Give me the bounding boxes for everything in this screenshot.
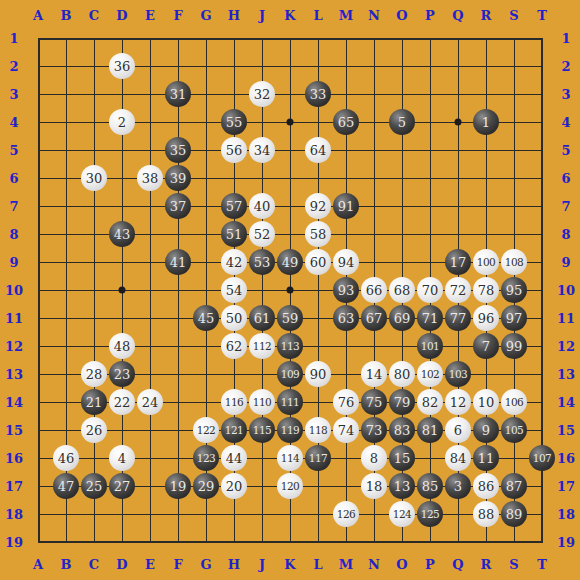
stone-black-91: 91 [333, 193, 359, 219]
stone-number: 4 [118, 452, 126, 465]
stone-white-38: 38 [137, 165, 163, 191]
stone-black-35: 35 [165, 137, 191, 163]
stone-number: 38 [142, 172, 159, 185]
coordinate-label-left: 5 [9, 144, 18, 157]
stone-black-79: 79 [389, 389, 415, 415]
stone-white-42: 42 [221, 249, 247, 275]
stone-number: 76 [338, 396, 355, 409]
stone-black-55: 55 [221, 109, 247, 135]
coordinate-label-top: R [481, 9, 492, 22]
stone-white-10: 10 [473, 389, 499, 415]
stone-white-28: 28 [81, 361, 107, 387]
coordinate-label-right: 14 [557, 396, 575, 409]
coordinate-label-right: 4 [561, 116, 570, 129]
stone-black-111: 111 [277, 389, 303, 415]
stone-black-65: 65 [333, 109, 359, 135]
stone-white-54: 54 [221, 277, 247, 303]
stone-white-62: 62 [221, 333, 247, 359]
stone-number: 89 [506, 508, 523, 521]
coordinate-label-bottom: F [173, 558, 182, 571]
coordinate-label-left: 3 [9, 88, 18, 101]
stone-number: 68 [394, 284, 411, 297]
coordinate-label-top: A [33, 9, 43, 22]
coordinate-label-left: 8 [9, 228, 18, 241]
stone-white-116: 116 [221, 389, 247, 415]
coordinate-label-right: 15 [557, 424, 575, 437]
stone-number: 53 [254, 256, 271, 269]
stone-number: 82 [422, 396, 439, 409]
stone-white-126: 126 [333, 501, 359, 527]
stone-number: 112 [253, 341, 272, 352]
stone-number: 20 [226, 480, 243, 493]
star-point [119, 287, 126, 294]
coordinate-label-bottom: E [145, 558, 155, 571]
stone-white-58: 58 [305, 221, 331, 247]
stone-number: 86 [478, 480, 495, 493]
stone-number: 50 [226, 312, 243, 325]
stone-number: 118 [309, 425, 328, 436]
stone-number: 59 [282, 312, 299, 325]
stone-number: 43 [114, 228, 131, 241]
stone-number: 114 [281, 453, 300, 464]
coordinate-label-top: S [509, 9, 518, 22]
coordinate-label-right: 11 [557, 312, 575, 325]
stone-white-112: 112 [249, 333, 275, 359]
stone-black-109: 109 [277, 361, 303, 387]
stone-number: 35 [170, 144, 187, 157]
coordinate-label-top: C [89, 9, 99, 22]
stone-number: 13 [394, 480, 411, 493]
coordinate-label-bottom: P [425, 558, 435, 571]
stone-number: 120 [281, 481, 300, 492]
stone-black-17: 17 [445, 249, 471, 275]
coordinate-label-bottom: M [339, 558, 353, 571]
stone-number: 6 [454, 424, 462, 437]
stone-black-69: 69 [389, 305, 415, 331]
coordinate-label-right: 13 [557, 368, 575, 381]
stone-black-61: 61 [249, 305, 275, 331]
stone-black-123: 123 [193, 445, 219, 471]
stone-number: 55 [226, 116, 243, 129]
stone-black-53: 53 [249, 249, 275, 275]
stone-number: 9 [482, 424, 490, 437]
star-point [287, 287, 294, 294]
coordinate-label-bottom: C [89, 558, 99, 571]
coordinate-label-left: 10 [5, 284, 23, 297]
stone-white-50: 50 [221, 305, 247, 331]
stone-number: 110 [253, 397, 272, 408]
stone-black-1: 1 [473, 109, 499, 135]
stone-number: 108 [505, 257, 524, 268]
stone-black-57: 57 [221, 193, 247, 219]
stone-number: 77 [450, 312, 467, 325]
stone-white-76: 76 [333, 389, 359, 415]
stone-white-52: 52 [249, 221, 275, 247]
stone-number: 115 [253, 425, 272, 436]
stone-number: 26 [86, 424, 103, 437]
stone-white-8: 8 [361, 445, 387, 471]
stone-white-78: 78 [473, 277, 499, 303]
coordinate-label-right: 3 [561, 88, 570, 101]
coordinate-label-left: 4 [9, 116, 18, 129]
stone-white-74: 74 [333, 417, 359, 443]
coordinate-label-left: 15 [5, 424, 23, 437]
stone-number: 78 [478, 284, 495, 297]
stone-black-97: 97 [501, 305, 527, 331]
stone-black-125: 125 [417, 501, 443, 527]
stone-white-82: 82 [417, 389, 443, 415]
stone-number: 8 [370, 452, 378, 465]
stone-number: 122 [197, 425, 216, 436]
coordinate-label-top: O [396, 9, 407, 22]
coordinate-label-left: 2 [9, 60, 18, 73]
coordinate-label-bottom: L [313, 558, 322, 571]
stone-black-51: 51 [221, 221, 247, 247]
stone-number: 31 [170, 88, 187, 101]
stone-white-20: 20 [221, 473, 247, 499]
stone-white-70: 70 [417, 277, 443, 303]
stone-number: 94 [338, 256, 355, 269]
stone-black-67: 67 [361, 305, 387, 331]
stone-black-77: 77 [445, 305, 471, 331]
stone-black-25: 25 [81, 473, 107, 499]
stone-black-39: 39 [165, 165, 191, 191]
stone-number: 117 [309, 453, 328, 464]
stone-black-27: 27 [109, 473, 135, 499]
stone-number: 17 [450, 256, 467, 269]
stone-white-46: 46 [53, 445, 79, 471]
stone-white-80: 80 [389, 361, 415, 387]
stone-white-86: 86 [473, 473, 499, 499]
stone-number: 75 [366, 396, 383, 409]
stone-black-13: 13 [389, 473, 415, 499]
coordinate-label-left: 13 [5, 368, 23, 381]
stone-number: 81 [422, 424, 439, 437]
stone-white-96: 96 [473, 305, 499, 331]
coordinate-label-right: 2 [561, 60, 570, 73]
stone-white-102: 102 [417, 361, 443, 387]
stone-black-5: 5 [389, 109, 415, 135]
stone-white-100: 100 [473, 249, 499, 275]
stone-white-22: 22 [109, 389, 135, 415]
stone-black-83: 83 [389, 417, 415, 443]
stone-white-106: 106 [501, 389, 527, 415]
stone-white-4: 4 [109, 445, 135, 471]
stone-black-31: 31 [165, 81, 191, 107]
stone-black-63: 63 [333, 305, 359, 331]
stone-number: 124 [393, 509, 412, 520]
stone-number: 100 [477, 257, 496, 268]
coordinate-label-top: G [200, 9, 211, 22]
coordinate-label-top: J [259, 9, 265, 22]
coordinate-label-top: L [313, 9, 322, 22]
stone-white-2: 2 [109, 109, 135, 135]
stone-black-107: 107 [529, 445, 555, 471]
stone-black-9: 9 [473, 417, 499, 443]
stone-number: 12 [450, 396, 467, 409]
coordinate-label-right: 17 [557, 480, 575, 493]
stone-black-121: 121 [221, 417, 247, 443]
stone-white-12: 12 [445, 389, 471, 415]
stone-white-114: 114 [277, 445, 303, 471]
stone-number: 121 [225, 425, 244, 436]
stone-number: 83 [394, 424, 411, 437]
coordinate-label-left: 19 [5, 536, 23, 549]
stone-number: 18 [366, 480, 383, 493]
go-board[interactable]: AABBCCDDEEFFGGHHJJKKLLMMNNOOPPQQRRSSTT11… [0, 0, 580, 580]
coordinate-label-left: 11 [5, 312, 23, 325]
stone-black-59: 59 [277, 305, 303, 331]
coordinate-label-top: M [339, 9, 353, 22]
stone-number: 29 [198, 480, 215, 493]
stone-number: 63 [338, 312, 355, 325]
stone-number: 56 [226, 144, 243, 157]
stone-black-41: 41 [165, 249, 191, 275]
stone-number: 32 [254, 88, 271, 101]
stone-white-108: 108 [501, 249, 527, 275]
stone-number: 119 [281, 425, 300, 436]
stone-black-93: 93 [333, 277, 359, 303]
stone-black-117: 117 [305, 445, 331, 471]
coordinate-label-bottom: O [396, 558, 407, 571]
stone-number: 126 [337, 509, 356, 520]
stone-number: 96 [478, 312, 495, 325]
stone-number: 25 [86, 480, 103, 493]
stone-white-90: 90 [305, 361, 331, 387]
coordinate-label-left: 18 [5, 508, 23, 521]
coordinate-label-right: 9 [561, 256, 570, 269]
stone-number: 79 [394, 396, 411, 409]
stone-black-33: 33 [305, 81, 331, 107]
coordinate-label-top: K [284, 9, 295, 22]
stone-number: 40 [254, 200, 271, 213]
stone-number: 106 [505, 397, 524, 408]
coordinate-label-left: 17 [5, 480, 23, 493]
coordinate-label-top: N [368, 9, 380, 22]
stone-black-45: 45 [193, 305, 219, 331]
stone-number: 49 [282, 256, 299, 269]
stone-number: 74 [338, 424, 355, 437]
stone-white-118: 118 [305, 417, 331, 443]
stone-black-37: 37 [165, 193, 191, 219]
stone-white-72: 72 [445, 277, 471, 303]
stone-number: 11 [478, 452, 495, 465]
stone-white-26: 26 [81, 417, 107, 443]
stone-white-60: 60 [305, 249, 331, 275]
stone-white-32: 32 [249, 81, 275, 107]
stone-number: 85 [422, 480, 439, 493]
stone-black-71: 71 [417, 305, 443, 331]
coordinate-label-top: Q [452, 9, 463, 22]
stone-black-23: 23 [109, 361, 135, 387]
stone-number: 52 [254, 228, 271, 241]
stone-white-56: 56 [221, 137, 247, 163]
stone-number: 57 [226, 200, 243, 213]
coordinate-label-right: 8 [561, 228, 570, 241]
coordinate-label-bottom: B [61, 558, 72, 571]
coordinate-label-top: D [116, 9, 127, 22]
stone-white-66: 66 [361, 277, 387, 303]
stone-white-92: 92 [305, 193, 331, 219]
stone-number: 111 [281, 397, 300, 408]
stone-number: 41 [170, 256, 187, 269]
stone-white-44: 44 [221, 445, 247, 471]
stone-number: 10 [478, 396, 495, 409]
stone-number: 5 [398, 116, 406, 129]
coordinate-label-right: 5 [561, 144, 570, 157]
stone-number: 125 [421, 509, 440, 520]
stone-black-89: 89 [501, 501, 527, 527]
stone-number: 71 [422, 312, 439, 325]
stone-number: 44 [226, 452, 243, 465]
stone-number: 123 [197, 453, 216, 464]
coordinate-label-right: 12 [557, 340, 575, 353]
coordinate-label-bottom: G [200, 558, 211, 571]
stone-number: 107 [533, 453, 552, 464]
stone-white-48: 48 [109, 333, 135, 359]
stone-number: 21 [86, 396, 103, 409]
stone-number: 37 [170, 200, 187, 213]
stone-number: 7 [482, 340, 490, 353]
stone-black-101: 101 [417, 333, 443, 359]
stone-black-81: 81 [417, 417, 443, 443]
coordinate-label-left: 16 [5, 452, 23, 465]
coordinate-label-left: 6 [9, 172, 18, 185]
stone-white-122: 122 [193, 417, 219, 443]
stone-number: 80 [394, 368, 411, 381]
stone-white-36: 36 [109, 53, 135, 79]
coordinate-label-bottom: T [537, 558, 547, 571]
stone-number: 15 [394, 452, 411, 465]
coordinate-label-bottom: N [368, 558, 380, 571]
stone-number: 72 [450, 284, 467, 297]
stone-black-119: 119 [277, 417, 303, 443]
stone-black-105: 105 [501, 417, 527, 443]
stone-number: 70 [422, 284, 439, 297]
stone-white-110: 110 [249, 389, 275, 415]
stone-number: 60 [310, 256, 327, 269]
stone-black-75: 75 [361, 389, 387, 415]
stone-number: 58 [310, 228, 327, 241]
stone-number: 22 [114, 396, 131, 409]
stone-number: 42 [226, 256, 243, 269]
coordinate-label-bottom: Q [452, 558, 463, 571]
stone-black-7: 7 [473, 333, 499, 359]
stone-number: 24 [142, 396, 159, 409]
stone-number: 69 [394, 312, 411, 325]
stone-number: 102 [421, 369, 440, 380]
stone-number: 101 [421, 341, 440, 352]
stone-number: 66 [366, 284, 383, 297]
stone-number: 88 [478, 508, 495, 521]
stone-number: 2 [118, 116, 126, 129]
stone-number: 45 [198, 312, 215, 325]
coordinate-label-top: F [173, 9, 182, 22]
stone-number: 33 [310, 88, 327, 101]
coordinate-label-top: H [228, 9, 240, 22]
stone-number: 113 [281, 341, 300, 352]
coordinate-label-right: 6 [561, 172, 570, 185]
stone-number: 73 [366, 424, 383, 437]
stone-number: 67 [366, 312, 383, 325]
stone-white-84: 84 [445, 445, 471, 471]
coordinate-label-top: B [61, 9, 72, 22]
stone-black-103: 103 [445, 361, 471, 387]
stone-number: 103 [449, 369, 468, 380]
coordinate-label-right: 1 [561, 32, 570, 45]
grid-line-horizontal [38, 541, 543, 543]
stone-number: 39 [170, 172, 187, 185]
coordinate-label-left: 12 [5, 340, 23, 353]
stone-white-68: 68 [389, 277, 415, 303]
stone-number: 91 [338, 200, 355, 213]
coordinate-label-right: 18 [557, 508, 575, 521]
stone-black-115: 115 [249, 417, 275, 443]
stone-white-24: 24 [137, 389, 163, 415]
stone-number: 62 [226, 340, 243, 353]
stone-number: 84 [450, 452, 467, 465]
stone-number: 48 [114, 340, 131, 353]
stone-black-95: 95 [501, 277, 527, 303]
stone-number: 51 [226, 228, 243, 241]
stone-black-19: 19 [165, 473, 191, 499]
stone-black-29: 29 [193, 473, 219, 499]
stone-white-88: 88 [473, 501, 499, 527]
stone-number: 61 [254, 312, 271, 325]
stone-number: 27 [114, 480, 131, 493]
stone-white-120: 120 [277, 473, 303, 499]
stone-number: 1 [482, 116, 490, 129]
stone-number: 116 [225, 397, 244, 408]
stone-number: 99 [506, 340, 523, 353]
stone-number: 30 [86, 172, 103, 185]
stone-white-40: 40 [249, 193, 275, 219]
stone-number: 105 [505, 425, 524, 436]
stone-number: 46 [58, 452, 75, 465]
stone-number: 28 [86, 368, 103, 381]
stone-white-94: 94 [333, 249, 359, 275]
coordinate-label-right: 16 [557, 452, 575, 465]
stone-black-73: 73 [361, 417, 387, 443]
stone-number: 36 [114, 60, 131, 73]
coordinate-label-right: 7 [561, 200, 570, 213]
stone-number: 93 [338, 284, 355, 297]
stone-white-64: 64 [305, 137, 331, 163]
grid-line-horizontal [38, 514, 543, 515]
stone-number: 64 [310, 144, 327, 157]
stone-white-30: 30 [81, 165, 107, 191]
stone-number: 65 [338, 116, 355, 129]
stone-number: 34 [254, 144, 271, 157]
stone-black-99: 99 [501, 333, 527, 359]
stone-number: 90 [310, 368, 327, 381]
stone-number: 109 [281, 369, 300, 380]
stone-black-49: 49 [277, 249, 303, 275]
stone-black-113: 113 [277, 333, 303, 359]
coordinate-label-right: 19 [557, 536, 575, 549]
stone-number: 47 [58, 480, 75, 493]
coordinate-label-left: 14 [5, 396, 23, 409]
stone-white-34: 34 [249, 137, 275, 163]
stone-white-124: 124 [389, 501, 415, 527]
stone-black-15: 15 [389, 445, 415, 471]
coordinate-label-right: 10 [557, 284, 575, 297]
stone-number: 23 [114, 368, 131, 381]
stone-white-18: 18 [361, 473, 387, 499]
coordinate-label-bottom: S [509, 558, 518, 571]
stone-number: 97 [506, 312, 523, 325]
coordinate-label-bottom: R [481, 558, 492, 571]
